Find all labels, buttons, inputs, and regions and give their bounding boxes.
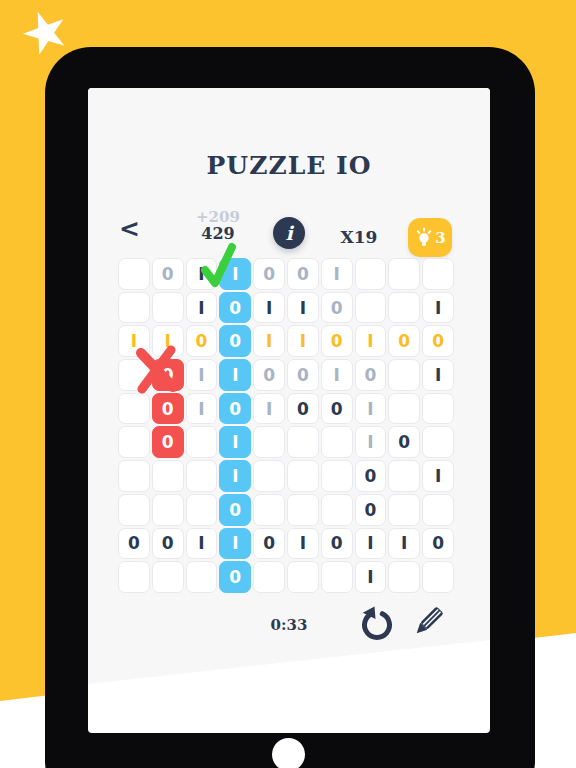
grid-cell-r8c4[interactable]: 0: [219, 494, 251, 526]
grid-cell-r5c3[interactable]: I: [186, 393, 218, 425]
grid-cell-r7c2[interactable]: [152, 460, 184, 492]
grid-cell-r4c6[interactable]: 0: [287, 359, 319, 391]
grid-cell-r4c3[interactable]: I: [186, 359, 218, 391]
grid-cell-r10c7[interactable]: [321, 561, 353, 593]
grid-cell-r6c5[interactable]: [253, 426, 285, 458]
score-total: 429: [178, 225, 258, 242]
grid-cell-r8c1[interactable]: [118, 494, 150, 526]
grid-cell-r5c5[interactable]: I: [253, 393, 285, 425]
grid-cell-r2c7[interactable]: 0: [321, 292, 353, 324]
grid-cell-r10c9[interactable]: [388, 561, 420, 593]
grid-cell-r7c3[interactable]: [186, 460, 218, 492]
grid-cell-r3c5[interactable]: I: [253, 325, 285, 357]
grid-cell-r4c5[interactable]: 0: [253, 359, 285, 391]
grid-cell-r9c10[interactable]: 0: [422, 528, 454, 560]
grid-cell-r6c9[interactable]: 0: [388, 426, 420, 458]
grid-cell-r8c6[interactable]: [287, 494, 319, 526]
grid-cell-r1c8[interactable]: [355, 258, 387, 290]
grid-cell-r3c3[interactable]: 0: [186, 325, 218, 357]
grid-cell-r3c10[interactable]: 0: [422, 325, 454, 357]
grid-cell-r4c10[interactable]: I: [422, 359, 454, 391]
cross-mark-icon: [132, 340, 182, 394]
grid-cell-r3c4[interactable]: 0: [219, 325, 251, 357]
grid-cell-r5c4[interactable]: 0: [219, 393, 251, 425]
grid-cell-r2c1[interactable]: [118, 292, 150, 324]
grid-cell-r7c8[interactable]: 0: [355, 460, 387, 492]
grid-cell-r5c7[interactable]: 0: [321, 393, 353, 425]
grid-cell-r10c5[interactable]: [253, 561, 285, 593]
grid-cell-r5c1[interactable]: [118, 393, 150, 425]
grid-cell-r1c5[interactable]: 0: [253, 258, 285, 290]
grid-cell-r8c3[interactable]: [186, 494, 218, 526]
grid-cell-r1c2[interactable]: 0: [152, 258, 184, 290]
grid-cell-r10c2[interactable]: [152, 561, 184, 593]
grid-cell-r6c8[interactable]: I: [355, 426, 387, 458]
grid-cell-r7c10[interactable]: I: [422, 460, 454, 492]
grid-cell-r8c7[interactable]: [321, 494, 353, 526]
grid-cell-r10c6[interactable]: [287, 561, 319, 593]
grid-cell-r7c5[interactable]: [253, 460, 285, 492]
lightbulb-icon: [414, 227, 434, 248]
grid-cell-r1c6[interactable]: 0: [287, 258, 319, 290]
back-chevron-icon: <: [119, 214, 140, 243]
grid-cell-r1c1[interactable]: [118, 258, 150, 290]
marketing-composition: ★ PUZZLE IO < +209 429 i X19: [0, 0, 576, 768]
grid-cell-r10c8[interactable]: I: [355, 561, 387, 593]
grid-cell-r8c10[interactable]: [422, 494, 454, 526]
grid-cell-r9c1[interactable]: 0: [118, 528, 150, 560]
pencil-icon[interactable]: [407, 601, 449, 643]
grid-cell-r4c4[interactable]: I: [219, 359, 251, 391]
grid-cell-r9c4[interactable]: I: [219, 528, 251, 560]
tablet-screen: PUZZLE IO < +209 429 i X19: [88, 88, 490, 733]
info-icon: i: [285, 222, 292, 244]
score-display: +209 429: [178, 209, 258, 242]
grid-cell-r9c3[interactable]: I: [186, 528, 218, 560]
grid-cell-r8c2[interactable]: [152, 494, 184, 526]
grid-cell-r7c1[interactable]: [118, 460, 150, 492]
score-gain: +209: [178, 209, 258, 225]
grid-cell-r9c5[interactable]: 0: [253, 528, 285, 560]
grid-cell-r1c10[interactable]: [422, 258, 454, 290]
grid-cell-r3c9[interactable]: 0: [388, 325, 420, 357]
hint-count: 3: [435, 229, 445, 247]
grid-cell-r6c10[interactable]: [422, 426, 454, 458]
undo-icon[interactable]: [358, 604, 396, 642]
grid-cell-r3c6[interactable]: I: [287, 325, 319, 357]
grid-cell-r5c6[interactable]: 0: [287, 393, 319, 425]
grid-cell-r9c7[interactable]: 0: [321, 528, 353, 560]
grid-cell-r8c8[interactable]: 0: [355, 494, 387, 526]
grid-cell-r6c1[interactable]: [118, 426, 150, 458]
grid-cell-r8c5[interactable]: [253, 494, 285, 526]
grid-cell-r2c9[interactable]: [388, 292, 420, 324]
grid-cell-r6c2[interactable]: 0: [152, 426, 184, 458]
grid-cell-r9c6[interactable]: I: [287, 528, 319, 560]
grid-cell-r6c3[interactable]: [186, 426, 218, 458]
grid-cell-r5c2[interactable]: 0: [152, 393, 184, 425]
grid-cell-r7c4[interactable]: I: [219, 460, 251, 492]
grid-cell-r9c9[interactable]: I: [388, 528, 420, 560]
grid-cell-r5c10[interactable]: [422, 393, 454, 425]
grid-cell-r10c10[interactable]: [422, 561, 454, 593]
grid-cell-r2c2[interactable]: [152, 292, 184, 324]
grid-cell-r2c8[interactable]: [355, 292, 387, 324]
grid-cell-r3c8[interactable]: I: [355, 325, 387, 357]
info-button[interactable]: i: [273, 217, 305, 249]
multiplier-badge: X19: [328, 227, 390, 247]
grid-cell-r7c7[interactable]: [321, 460, 353, 492]
grid-cell-r9c2[interactable]: 0: [152, 528, 184, 560]
grid-cell-r2c10[interactable]: I: [422, 292, 454, 324]
grid-cell-r10c1[interactable]: [118, 561, 150, 593]
grid-cell-r10c3[interactable]: [186, 561, 218, 593]
grid-cell-r10c4[interactable]: 0: [219, 561, 251, 593]
grid-cell-r3c7[interactable]: 0: [321, 325, 353, 357]
grid-cell-r2c5[interactable]: I: [253, 292, 285, 324]
grid-cell-r7c6[interactable]: [287, 460, 319, 492]
grid-cell-r8c9[interactable]: [388, 494, 420, 526]
grid-cell-r5c8[interactable]: I: [355, 393, 387, 425]
grid-cell-r9c8[interactable]: I: [355, 528, 387, 560]
check-mark-icon: [201, 241, 237, 293]
grid-cell-r4c8[interactable]: 0: [355, 359, 387, 391]
grid-cell-r7c9[interactable]: [388, 460, 420, 492]
grid-cell-r6c4[interactable]: I: [219, 426, 251, 458]
page-title: PUZZLE IO: [88, 151, 490, 180]
puzzle-grid: 0II00II0II0III00II0I000II00I0I0I0I00I0II…: [117, 257, 455, 594]
tablet-frame: PUZZLE IO < +209 429 i X19: [45, 47, 535, 768]
grid-cell-r6c7[interactable]: [321, 426, 353, 458]
back-button[interactable]: <: [119, 216, 140, 241]
grid-cell-r1c9[interactable]: [388, 258, 420, 290]
grid-cell-r2c6[interactable]: I: [287, 292, 319, 324]
grid-cell-r2c4[interactable]: 0: [219, 292, 251, 324]
grid-cell-r6c6[interactable]: [287, 426, 319, 458]
app-screen: PUZZLE IO < +209 429 i X19: [88, 88, 490, 684]
home-button: [272, 738, 305, 768]
grid-cell-r4c7[interactable]: I: [321, 359, 353, 391]
grid-cell-r5c9[interactable]: [388, 393, 420, 425]
hint-button[interactable]: 3: [408, 218, 452, 257]
grid-cell-r2c3[interactable]: I: [186, 292, 218, 324]
grid-cell-r4c9[interactable]: [388, 359, 420, 391]
grid-cell-r1c7[interactable]: I: [321, 258, 353, 290]
